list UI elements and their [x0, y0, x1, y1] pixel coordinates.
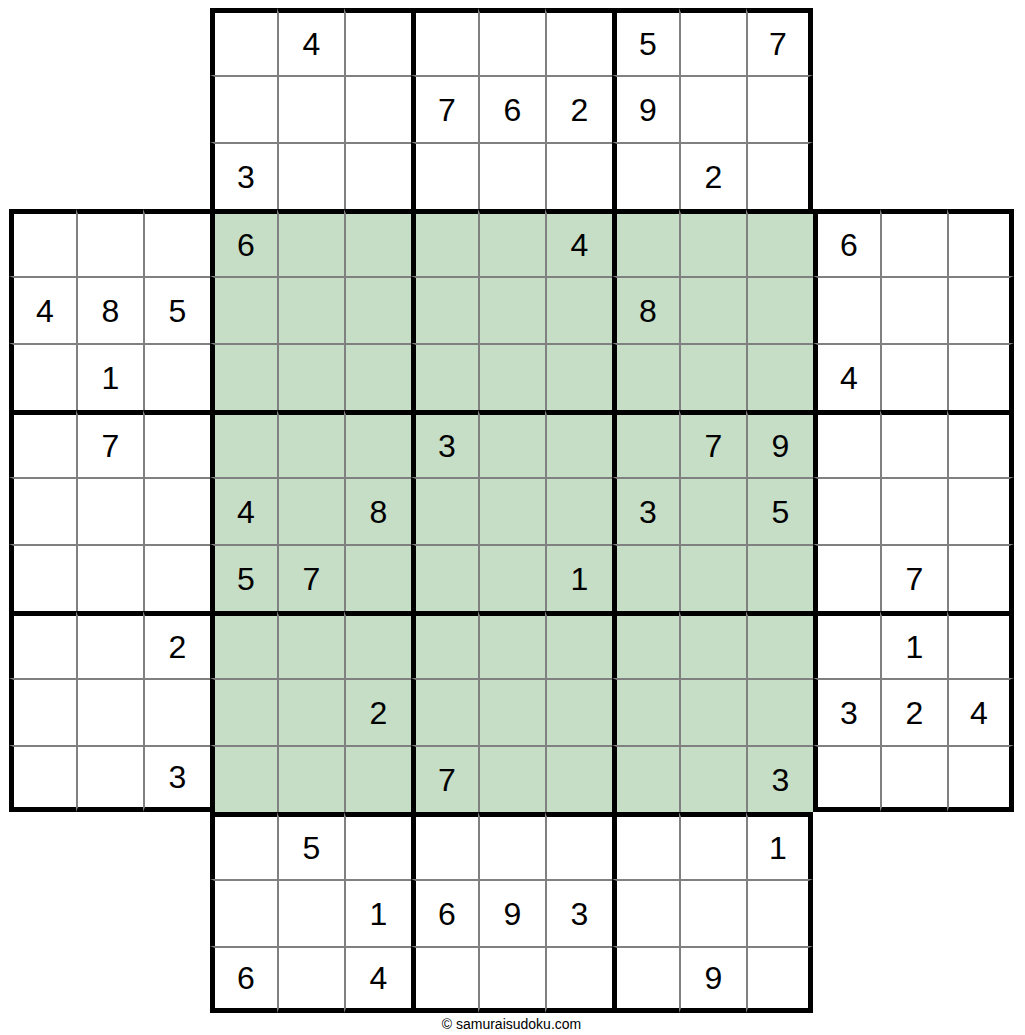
cell-r7c12: 9	[746, 410, 813, 477]
cell-r11c13: 3	[813, 678, 880, 745]
void-area	[947, 142, 1014, 209]
cell-r6c15[interactable]	[947, 343, 1014, 410]
cell-r15c5[interactable]	[277, 946, 344, 1013]
cell-r7c8[interactable]	[478, 410, 545, 477]
cell-r5c3: 5	[143, 276, 210, 343]
cell-r12c2[interactable]	[76, 745, 143, 812]
copyright: © samuraisudoku.com	[9, 1016, 1014, 1032]
cell-r8c7[interactable]	[411, 477, 478, 544]
cell-r8c3[interactable]	[143, 477, 210, 544]
cell-r6c5[interactable]	[277, 343, 344, 410]
void-area	[947, 75, 1014, 142]
cell-r15c6: 4	[344, 946, 411, 1013]
cell-r5c12[interactable]	[746, 276, 813, 343]
void-area	[947, 946, 1014, 1013]
cell-r4c5[interactable]	[277, 209, 344, 276]
cell-r5c2: 8	[76, 276, 143, 343]
cell-r15c4: 6	[210, 946, 277, 1013]
cell-r5c14[interactable]	[880, 276, 947, 343]
void-area	[947, 8, 1014, 75]
cell-r12c6[interactable]	[344, 745, 411, 812]
void-area	[9, 8, 76, 75]
cell-r9c5: 7	[277, 544, 344, 611]
cell-r5c6[interactable]	[344, 276, 411, 343]
void-area	[880, 812, 947, 879]
void-area	[813, 879, 880, 946]
cell-r7c10[interactable]	[612, 410, 679, 477]
cell-r9c2[interactable]	[76, 544, 143, 611]
cell-r13c10[interactable]	[612, 812, 679, 879]
cell-r2c9: 2	[545, 75, 612, 142]
cell-r7c9[interactable]	[545, 410, 612, 477]
cell-r8c11[interactable]	[679, 477, 746, 544]
cell-r10c4[interactable]	[210, 611, 277, 678]
cell-r6c10[interactable]	[612, 343, 679, 410]
cell-r8c1[interactable]	[9, 477, 76, 544]
cell-r14c11[interactable]	[679, 879, 746, 946]
cell-r13c8[interactable]	[478, 812, 545, 879]
cell-r7c2: 7	[76, 410, 143, 477]
cell-r3c8[interactable]	[478, 142, 545, 209]
cell-r4c8[interactable]	[478, 209, 545, 276]
void-area	[813, 8, 880, 75]
cell-r7c1[interactable]	[9, 410, 76, 477]
cell-r5c13[interactable]	[813, 276, 880, 343]
cell-r10c6[interactable]	[344, 611, 411, 678]
cell-r9c11[interactable]	[679, 544, 746, 611]
cell-r2c7: 7	[411, 75, 478, 142]
cell-r5c15[interactable]	[947, 276, 1014, 343]
cell-r4c9: 4	[545, 209, 612, 276]
cell-r1c6[interactable]	[344, 8, 411, 75]
cell-r12c13[interactable]	[813, 745, 880, 812]
cell-r6c9[interactable]	[545, 343, 612, 410]
cell-r12c4[interactable]	[210, 745, 277, 812]
cell-r3c4: 3	[210, 142, 277, 209]
cell-r9c12[interactable]	[746, 544, 813, 611]
cell-r1c7[interactable]	[411, 8, 478, 75]
cell-r12c15[interactable]	[947, 745, 1014, 812]
cell-r4c15[interactable]	[947, 209, 1014, 276]
cell-r3c5[interactable]	[277, 142, 344, 209]
cell-r15c11: 9	[679, 946, 746, 1013]
cell-r6c11[interactable]	[679, 343, 746, 410]
cell-r4c1[interactable]	[9, 209, 76, 276]
cell-r10c7[interactable]	[411, 611, 478, 678]
cell-r6c12[interactable]	[746, 343, 813, 410]
void-area	[143, 879, 210, 946]
cell-r12c12: 3	[746, 745, 813, 812]
cell-r12c5[interactable]	[277, 745, 344, 812]
cell-r8c4: 4	[210, 477, 277, 544]
cell-r11c9[interactable]	[545, 678, 612, 745]
cell-r10c5[interactable]	[277, 611, 344, 678]
void-area	[9, 812, 76, 879]
cell-r4c2[interactable]	[76, 209, 143, 276]
cell-r4c11[interactable]	[679, 209, 746, 276]
cell-r12c11[interactable]	[679, 745, 746, 812]
cell-r9c9: 1	[545, 544, 612, 611]
cell-r11c7[interactable]	[411, 678, 478, 745]
cell-r8c10: 3	[612, 477, 679, 544]
cell-r7c14[interactable]	[880, 410, 947, 477]
cell-r11c15: 4	[947, 678, 1014, 745]
cell-r14c5[interactable]	[277, 879, 344, 946]
cell-r14c10[interactable]	[612, 879, 679, 946]
void-area	[880, 75, 947, 142]
cell-r15c12[interactable]	[746, 946, 813, 1013]
cell-r6c3[interactable]	[143, 343, 210, 410]
cell-r10c15[interactable]	[947, 611, 1014, 678]
cell-r9c15[interactable]	[947, 544, 1014, 611]
cell-r4c12[interactable]	[746, 209, 813, 276]
void-area	[880, 8, 947, 75]
cell-r2c10: 9	[612, 75, 679, 142]
cell-r4c13: 6	[813, 209, 880, 276]
cell-r2c5[interactable]	[277, 75, 344, 142]
cell-r8c2[interactable]	[76, 477, 143, 544]
cell-r13c4[interactable]	[210, 812, 277, 879]
cell-r8c13[interactable]	[813, 477, 880, 544]
cell-r12c9[interactable]	[545, 745, 612, 812]
void-area	[813, 75, 880, 142]
cell-r4c14[interactable]	[880, 209, 947, 276]
cell-r2c8: 6	[478, 75, 545, 142]
void-area	[880, 142, 947, 209]
cell-r15c9[interactable]	[545, 946, 612, 1013]
void-area	[76, 8, 143, 75]
void-area	[143, 142, 210, 209]
cell-r14c8: 9	[478, 879, 545, 946]
cell-r5c1: 4	[9, 276, 76, 343]
cell-r10c1[interactable]	[9, 611, 76, 678]
cell-r12c7: 7	[411, 745, 478, 812]
cell-r7c11: 7	[679, 410, 746, 477]
void-area	[76, 946, 143, 1013]
cell-r9c3[interactable]	[143, 544, 210, 611]
void-area	[947, 812, 1014, 879]
cell-r6c4[interactable]	[210, 343, 277, 410]
cell-r7c5[interactable]	[277, 410, 344, 477]
cell-r2c12[interactable]	[746, 75, 813, 142]
cell-r5c8[interactable]	[478, 276, 545, 343]
cell-r12c8[interactable]	[478, 745, 545, 812]
cell-r5c7[interactable]	[411, 276, 478, 343]
cell-r6c1[interactable]	[9, 343, 76, 410]
cell-r13c11[interactable]	[679, 812, 746, 879]
cell-r6c7[interactable]	[411, 343, 478, 410]
cell-r5c5[interactable]	[277, 276, 344, 343]
cell-r6c13: 4	[813, 343, 880, 410]
cell-r10c14: 1	[880, 611, 947, 678]
cell-r2c6[interactable]	[344, 75, 411, 142]
cell-r11c5[interactable]	[277, 678, 344, 745]
void-area	[880, 946, 947, 1013]
cell-r6c6[interactable]	[344, 343, 411, 410]
page: 4577629326464858147379483557172123243735…	[0, 0, 1025, 1032]
cell-r13c9[interactable]	[545, 812, 612, 879]
void-area	[9, 946, 76, 1013]
cell-r7c3[interactable]	[143, 410, 210, 477]
cell-r10c12[interactable]	[746, 611, 813, 678]
cell-r11c3[interactable]	[143, 678, 210, 745]
cell-r9c8[interactable]	[478, 544, 545, 611]
cell-r7c4[interactable]	[210, 410, 277, 477]
cell-r14c4[interactable]	[210, 879, 277, 946]
cell-r11c10[interactable]	[612, 678, 679, 745]
cell-r9c7[interactable]	[411, 544, 478, 611]
cell-r1c8[interactable]	[478, 8, 545, 75]
cell-r15c10[interactable]	[612, 946, 679, 1013]
cell-r7c7: 3	[411, 410, 478, 477]
cell-r2c11[interactable]	[679, 75, 746, 142]
cell-r1c12: 7	[746, 8, 813, 75]
cell-r4c6[interactable]	[344, 209, 411, 276]
cell-r9c14: 7	[880, 544, 947, 611]
cell-r3c10[interactable]	[612, 142, 679, 209]
cell-r5c4[interactable]	[210, 276, 277, 343]
cell-r10c9[interactable]	[545, 611, 612, 678]
cell-r10c8[interactable]	[478, 611, 545, 678]
cell-r1c11[interactable]	[679, 8, 746, 75]
cell-r14c12[interactable]	[746, 879, 813, 946]
cell-r11c1[interactable]	[9, 678, 76, 745]
cell-r10c2[interactable]	[76, 611, 143, 678]
cell-r7c13[interactable]	[813, 410, 880, 477]
cell-r10c11[interactable]	[679, 611, 746, 678]
cell-r4c7[interactable]	[411, 209, 478, 276]
cell-r12c10[interactable]	[612, 745, 679, 812]
void-area	[9, 142, 76, 209]
cell-r12c1[interactable]	[9, 745, 76, 812]
cell-r13c5: 5	[277, 812, 344, 879]
void-area	[76, 75, 143, 142]
cell-r3c12[interactable]	[746, 142, 813, 209]
cell-r11c2[interactable]	[76, 678, 143, 745]
cell-r14c7: 6	[411, 879, 478, 946]
cell-r6c8[interactable]	[478, 343, 545, 410]
cell-r11c12[interactable]	[746, 678, 813, 745]
void-area	[143, 946, 210, 1013]
cell-r8c9[interactable]	[545, 477, 612, 544]
cell-r10c10[interactable]	[612, 611, 679, 678]
cell-r4c10[interactable]	[612, 209, 679, 276]
cell-r8c5[interactable]	[277, 477, 344, 544]
void-area	[9, 879, 76, 946]
cell-r9c4: 5	[210, 544, 277, 611]
cell-r3c7[interactable]	[411, 142, 478, 209]
cell-r4c4: 6	[210, 209, 277, 276]
void-area	[76, 812, 143, 879]
cell-r13c12: 1	[746, 812, 813, 879]
cell-r8c8[interactable]	[478, 477, 545, 544]
cell-r12c3: 3	[143, 745, 210, 812]
void-area	[813, 142, 880, 209]
cell-r5c9[interactable]	[545, 276, 612, 343]
cell-r7c15[interactable]	[947, 410, 1014, 477]
cell-r9c6[interactable]	[344, 544, 411, 611]
cell-r9c10[interactable]	[612, 544, 679, 611]
cell-r11c11[interactable]	[679, 678, 746, 745]
void-area	[76, 879, 143, 946]
cell-r15c8[interactable]	[478, 946, 545, 1013]
cell-r13c6[interactable]	[344, 812, 411, 879]
cell-r9c1[interactable]	[9, 544, 76, 611]
cell-r8c15[interactable]	[947, 477, 1014, 544]
cell-r4c3[interactable]	[143, 209, 210, 276]
cell-r8c14[interactable]	[880, 477, 947, 544]
cell-r10c13[interactable]	[813, 611, 880, 678]
cell-r7c6[interactable]	[344, 410, 411, 477]
cell-r8c12: 5	[746, 477, 813, 544]
void-area	[947, 879, 1014, 946]
void-area	[143, 75, 210, 142]
cell-r1c5: 4	[277, 8, 344, 75]
void-area	[880, 879, 947, 946]
void-area	[76, 142, 143, 209]
cell-r5c11[interactable]	[679, 276, 746, 343]
void-area	[143, 8, 210, 75]
cell-r1c4[interactable]	[210, 8, 277, 75]
cell-r6c2: 1	[76, 343, 143, 410]
void-area	[813, 812, 880, 879]
cell-r14c9: 3	[545, 879, 612, 946]
cell-r9c13[interactable]	[813, 544, 880, 611]
cell-r13c7[interactable]	[411, 812, 478, 879]
cell-r3c11: 2	[679, 142, 746, 209]
cell-r15c7[interactable]	[411, 946, 478, 1013]
void-area	[813, 946, 880, 1013]
cell-r3c6[interactable]	[344, 142, 411, 209]
cell-r2c4[interactable]	[210, 75, 277, 142]
void-area	[143, 812, 210, 879]
cell-r11c8[interactable]	[478, 678, 545, 745]
cell-r6c14[interactable]	[880, 343, 947, 410]
cell-r11c4[interactable]	[210, 678, 277, 745]
cell-r12c14[interactable]	[880, 745, 947, 812]
cell-r11c6: 2	[344, 678, 411, 745]
cell-r1c9[interactable]	[545, 8, 612, 75]
void-area	[9, 75, 76, 142]
cell-r8c6: 8	[344, 477, 411, 544]
sudoku-board: 4577629326464858147379483557172123243735…	[9, 8, 1014, 1013]
cell-r5c10: 8	[612, 276, 679, 343]
cell-r1c10: 5	[612, 8, 679, 75]
cell-r10c3: 2	[143, 611, 210, 678]
cell-r14c6: 1	[344, 879, 411, 946]
cell-r3c9[interactable]	[545, 142, 612, 209]
cell-r11c14: 2	[880, 678, 947, 745]
